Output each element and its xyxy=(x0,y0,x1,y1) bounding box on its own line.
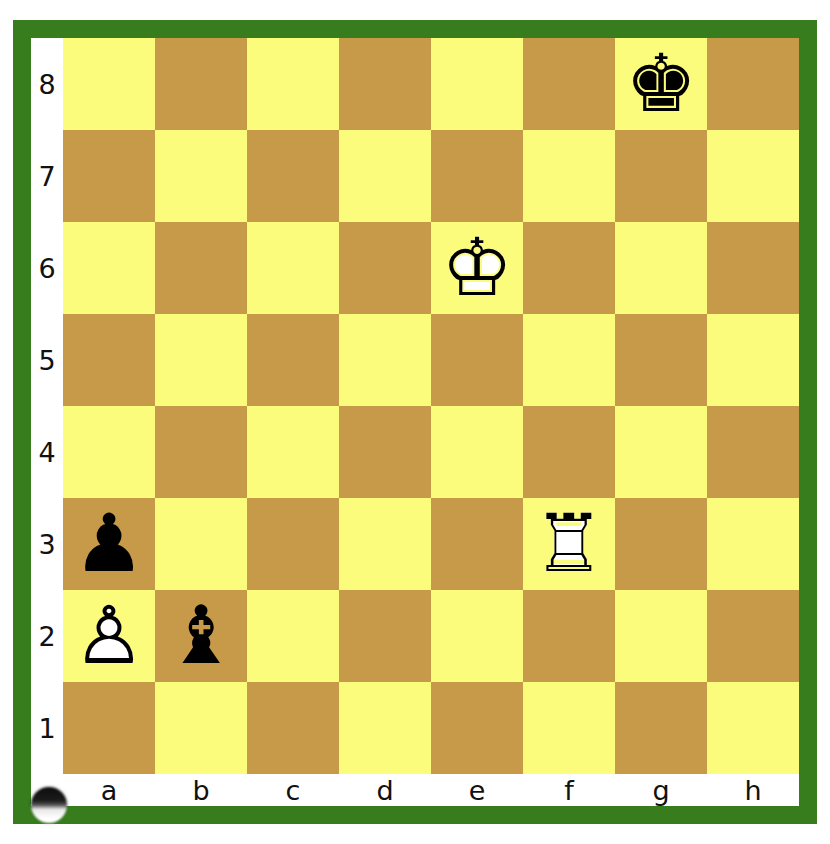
rank-label-7: 7 xyxy=(31,130,63,222)
square-e8[interactable] xyxy=(431,38,523,130)
file-label-f: f xyxy=(523,774,615,806)
piece-black-bishop[interactable]: ♝ xyxy=(155,590,247,682)
square-d3[interactable] xyxy=(339,498,431,590)
piece-outline-glyph: ♔ xyxy=(431,222,523,314)
file-label-g: g xyxy=(615,774,707,806)
square-g5[interactable] xyxy=(615,314,707,406)
file-label-h: h xyxy=(707,774,799,806)
piece-white-king[interactable]: ♚♔ xyxy=(431,222,523,314)
square-b3[interactable] xyxy=(155,498,247,590)
square-b1[interactable] xyxy=(155,682,247,774)
square-f6[interactable] xyxy=(523,222,615,314)
square-a5[interactable] xyxy=(63,314,155,406)
square-g3[interactable] xyxy=(615,498,707,590)
square-b4[interactable] xyxy=(155,406,247,498)
square-e6[interactable]: ♚♔ xyxy=(431,222,523,314)
square-a2[interactable]: ♟♙ xyxy=(63,590,155,682)
square-b2[interactable]: ♝ xyxy=(155,590,247,682)
chess-diagram: 87654321 ♚♚♔♟♜♖♟♙♝ abcdefgh xyxy=(0,0,830,844)
square-a4[interactable] xyxy=(63,406,155,498)
square-f3[interactable]: ♜♖ xyxy=(523,498,615,590)
square-b8[interactable] xyxy=(155,38,247,130)
square-a8[interactable] xyxy=(63,38,155,130)
square-c5[interactable] xyxy=(247,314,339,406)
square-e4[interactable] xyxy=(431,406,523,498)
square-c7[interactable] xyxy=(247,130,339,222)
rank-labels: 87654321 xyxy=(31,38,63,774)
piece-white-pawn[interactable]: ♟♙ xyxy=(63,590,155,682)
rank-label-5: 5 xyxy=(31,314,63,406)
square-c6[interactable] xyxy=(247,222,339,314)
square-g6[interactable] xyxy=(615,222,707,314)
square-c3[interactable] xyxy=(247,498,339,590)
square-h1[interactable] xyxy=(707,682,799,774)
rank-label-2: 2 xyxy=(31,590,63,682)
square-e2[interactable] xyxy=(431,590,523,682)
square-g2[interactable] xyxy=(615,590,707,682)
square-f4[interactable] xyxy=(523,406,615,498)
square-e3[interactable] xyxy=(431,498,523,590)
rank-label-8: 8 xyxy=(31,38,63,130)
square-c4[interactable] xyxy=(247,406,339,498)
square-a3[interactable]: ♟ xyxy=(63,498,155,590)
square-f1[interactable] xyxy=(523,682,615,774)
piece-outline-glyph: ♙ xyxy=(63,590,155,682)
piece-outline-glyph: ♖ xyxy=(523,498,615,590)
square-e7[interactable] xyxy=(431,130,523,222)
square-h2[interactable] xyxy=(707,590,799,682)
rank-label-3: 3 xyxy=(31,498,63,590)
square-d1[interactable] xyxy=(339,682,431,774)
square-d8[interactable] xyxy=(339,38,431,130)
square-f8[interactable] xyxy=(523,38,615,130)
board-grid: ♚♚♔♟♜♖♟♙♝ xyxy=(63,38,799,774)
turn-indicator-icon[interactable] xyxy=(31,787,67,823)
square-c2[interactable] xyxy=(247,590,339,682)
square-d2[interactable] xyxy=(339,590,431,682)
square-h5[interactable] xyxy=(707,314,799,406)
file-label-b: b xyxy=(155,774,247,806)
square-b7[interactable] xyxy=(155,130,247,222)
rank-label-4: 4 xyxy=(31,406,63,498)
square-e5[interactable] xyxy=(431,314,523,406)
piece-white-rook[interactable]: ♜♖ xyxy=(523,498,615,590)
square-f5[interactable] xyxy=(523,314,615,406)
square-d5[interactable] xyxy=(339,314,431,406)
square-b5[interactable] xyxy=(155,314,247,406)
file-label-a: a xyxy=(63,774,155,806)
square-f7[interactable] xyxy=(523,130,615,222)
file-label-c: c xyxy=(247,774,339,806)
board-inner: 87654321 ♚♚♔♟♜♖♟♙♝ abcdefgh xyxy=(31,38,799,806)
square-h6[interactable] xyxy=(707,222,799,314)
square-e1[interactable] xyxy=(431,682,523,774)
piece-black-pawn[interactable]: ♟ xyxy=(63,498,155,590)
square-a6[interactable] xyxy=(63,222,155,314)
square-a7[interactable] xyxy=(63,130,155,222)
square-c1[interactable] xyxy=(247,682,339,774)
file-label-d: d xyxy=(339,774,431,806)
piece-black-king[interactable]: ♚ xyxy=(615,38,707,130)
square-b6[interactable] xyxy=(155,222,247,314)
board-frame: 87654321 ♚♚♔♟♜♖♟♙♝ abcdefgh xyxy=(13,20,817,824)
square-c8[interactable] xyxy=(247,38,339,130)
rank-label-6: 6 xyxy=(31,222,63,314)
square-h8[interactable] xyxy=(707,38,799,130)
square-g1[interactable] xyxy=(615,682,707,774)
square-d7[interactable] xyxy=(339,130,431,222)
rank-label-1: 1 xyxy=(31,682,63,774)
square-h7[interactable] xyxy=(707,130,799,222)
square-a1[interactable] xyxy=(63,682,155,774)
square-h3[interactable] xyxy=(707,498,799,590)
file-label-e: e xyxy=(431,774,523,806)
square-d6[interactable] xyxy=(339,222,431,314)
square-d4[interactable] xyxy=(339,406,431,498)
square-g8[interactable]: ♚ xyxy=(615,38,707,130)
file-labels: abcdefgh xyxy=(63,774,799,806)
square-h4[interactable] xyxy=(707,406,799,498)
square-g7[interactable] xyxy=(615,130,707,222)
square-f2[interactable] xyxy=(523,590,615,682)
square-g4[interactable] xyxy=(615,406,707,498)
